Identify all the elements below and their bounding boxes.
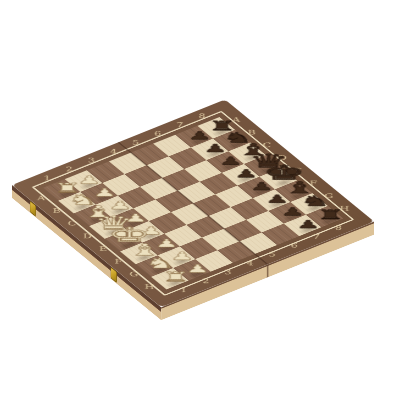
file-label-left-F: F (112, 257, 124, 265)
rank-label-near-8: 8 (332, 224, 344, 232)
rank-label-near-1: 1 (177, 286, 189, 294)
rank-label-far-6: 6 (151, 130, 163, 138)
rank-label-near-5: 5 (266, 250, 278, 258)
scene: AA11BB22CC33DD44EE55FF66GG77HH88 ♜♞♝♛♚♝♞… (0, 0, 400, 400)
rank-label-near-7: 7 (310, 233, 322, 241)
chess-board: AA11BB22CC33DD44EE55FF66GG77HH88 ♜♞♝♛♚♝♞… (12, 99, 374, 307)
file-label-left-A: A (35, 194, 47, 202)
rank-label-near-4: 4 (244, 259, 256, 267)
black-pawn-icon: ♟ (203, 142, 227, 153)
rank-label-far-7: 7 (174, 121, 186, 129)
brass-clasp (30, 200, 36, 217)
rank-label-near-3: 3 (222, 268, 234, 276)
rank-label-far-1: 1 (41, 174, 53, 182)
brass-clasp (111, 267, 117, 284)
rank-label-far-2: 2 (63, 165, 75, 173)
file-label-left-B: B (50, 206, 62, 214)
rank-label-far-4: 4 (107, 147, 119, 155)
black-pawn-icon: ♟ (218, 155, 242, 166)
rank-label-far-5: 5 (129, 138, 141, 146)
rank-label-far-8: 8 (196, 112, 208, 120)
file-label-left-E: E (97, 244, 109, 252)
black-pawn-icon: ♟ (234, 168, 258, 179)
file-label-left-D: D (81, 232, 93, 240)
black-pawn-icon: ♟ (187, 130, 211, 141)
rank-label-far-3: 3 (85, 156, 97, 164)
file-label-left-H: H (143, 282, 155, 290)
file-label-left-C: C (66, 219, 78, 227)
rank-label-near-6: 6 (288, 241, 300, 249)
rank-label-near-2: 2 (199, 277, 211, 285)
product-photo: AA11BB22CC33DD44EE55FF66GG77HH88 ♜♞♝♛♚♝♞… (0, 0, 400, 400)
file-label-left-G: G (128, 270, 140, 278)
file-label-right-H: H (338, 204, 350, 212)
